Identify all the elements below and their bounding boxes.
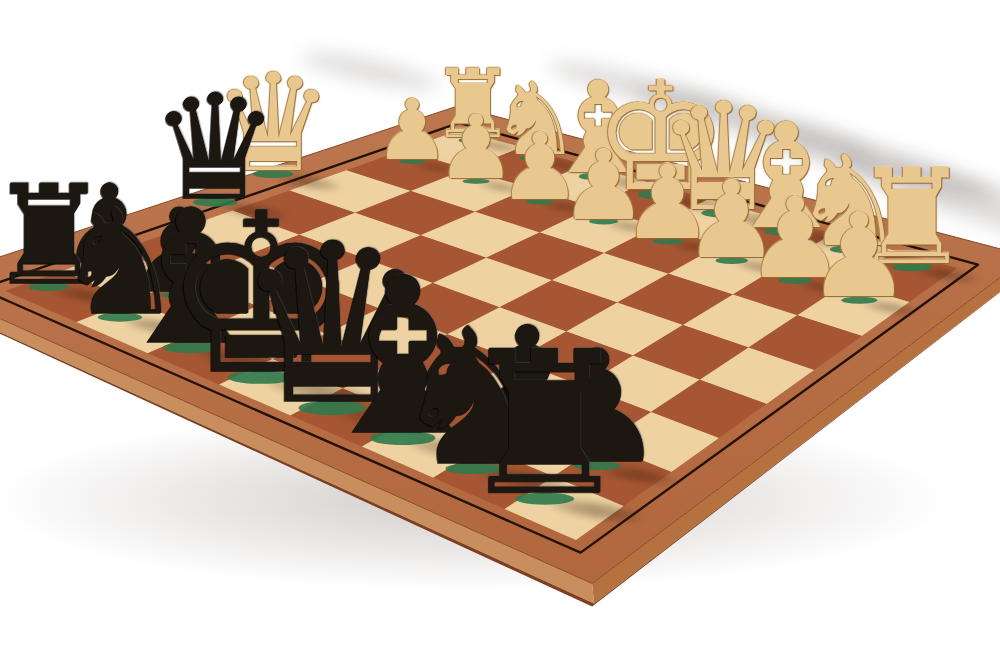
product-photo-scene: ♜♞♟♝♟♚♟♛♟♝♟♞♟♟♜♟♜♟♟♞♝♚♛♟♝♟♞♜♛♛ [0,0,1000,656]
chess-piece-white-p-a2: ♟ [807,198,912,315]
chess-piece-black-r-a8: ♜ [456,326,633,524]
